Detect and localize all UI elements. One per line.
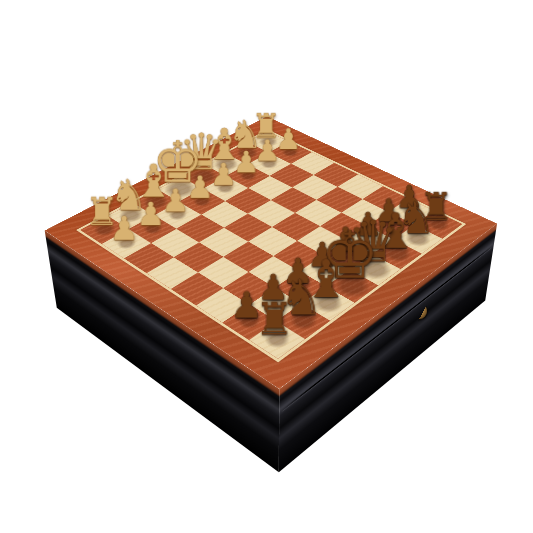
scene: ♜♟♟♜♞♟♟♞♝♟♟♝♛♟♟♛♚♟♟♚♝♟♟♝♞♟♟♞♜♟♟♜ [0,0,533,533]
square-a8[interactable]: ♜ [249,321,304,358]
black-rook[interactable]: ♜ [237,297,311,341]
white-pawn[interactable]: ♟ [91,212,157,245]
chess-box: ♜♟♟♜♞♟♟♞♝♟♟♝♛♟♟♛♚♟♟♚♝♟♟♝♞♟♟♞♜♟♟♜ [45,116,497,389]
square-a2[interactable]: ♟ [102,229,151,258]
chess-set-photo: ♜♟♟♜♞♟♟♞♝♟♟♝♛♟♟♛♚♟♟♚♝♟♟♝♞♟♟♞♜♟♟♜ [0,0,533,533]
